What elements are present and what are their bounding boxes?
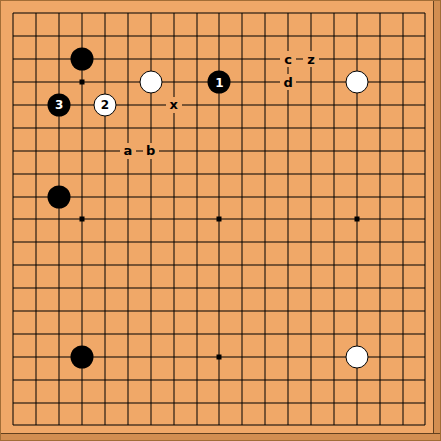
intersection-E13 <box>94 139 117 162</box>
intersection-A16 <box>2 71 25 94</box>
intersection-D15 <box>71 94 94 117</box>
intersection-L12 <box>231 162 254 185</box>
intersection-L11 <box>231 185 254 208</box>
intersection-M5 <box>254 322 277 345</box>
intersection-A14 <box>2 116 25 139</box>
intersection-E7 <box>94 277 117 300</box>
white-stone <box>345 71 368 94</box>
intersection-E18 <box>94 25 117 48</box>
intersection-K2 <box>208 391 231 414</box>
intersection-S13 <box>391 139 414 162</box>
intersection-D9 <box>71 231 94 254</box>
intersection-H14 <box>162 116 185 139</box>
intersection-Q5 <box>345 322 368 345</box>
intersection-K9 <box>208 231 231 254</box>
marker-x: x <box>166 97 182 113</box>
intersection-G16 <box>139 71 162 94</box>
intersection-B13 <box>25 139 48 162</box>
intersection-M17 <box>254 48 277 71</box>
intersection-J18 <box>185 25 208 48</box>
intersection-J5 <box>185 322 208 345</box>
intersection-R9 <box>368 231 391 254</box>
intersection-F7 <box>116 277 139 300</box>
black-stone <box>71 48 94 71</box>
intersection-H12 <box>162 162 185 185</box>
intersection-E4 <box>94 345 117 368</box>
intersection-M2 <box>254 391 277 414</box>
intersection-M10 <box>254 208 277 231</box>
intersection-C12 <box>48 162 71 185</box>
intersection-M7 <box>254 277 277 300</box>
intersection-E11 <box>94 185 117 208</box>
intersection-L3 <box>231 368 254 391</box>
intersection-D4 <box>71 345 94 368</box>
intersection-F9 <box>116 231 139 254</box>
intersection-N15 <box>277 94 300 117</box>
intersection-J6 <box>185 300 208 323</box>
intersection-B10 <box>25 208 48 231</box>
intersection-G15 <box>139 94 162 117</box>
go-board-diagram: cz1d32xab <box>0 0 441 441</box>
intersection-A12 <box>2 162 25 185</box>
intersection-H2 <box>162 391 185 414</box>
intersection-P19 <box>322 2 345 25</box>
intersection-M15 <box>254 94 277 117</box>
intersection-R5 <box>368 322 391 345</box>
intersection-F2 <box>116 391 139 414</box>
intersection-H19 <box>162 2 185 25</box>
intersection-M8 <box>254 254 277 277</box>
intersection-L10 <box>231 208 254 231</box>
intersection-S9 <box>391 231 414 254</box>
intersection-Q7 <box>345 277 368 300</box>
intersection-P6 <box>322 300 345 323</box>
intersection-J13 <box>185 139 208 162</box>
intersection-R2 <box>368 391 391 414</box>
intersection-R10 <box>368 208 391 231</box>
intersection-B5 <box>25 322 48 345</box>
intersection-Q14 <box>345 116 368 139</box>
intersection-R14 <box>368 116 391 139</box>
intersection-O12 <box>300 162 323 185</box>
intersection-P7 <box>322 277 345 300</box>
intersection-B18 <box>25 25 48 48</box>
intersection-G3 <box>139 368 162 391</box>
intersection-B15 <box>25 94 48 117</box>
intersection-F19 <box>116 2 139 25</box>
intersection-R15 <box>368 94 391 117</box>
intersection-C19 <box>48 2 71 25</box>
intersection-K12 <box>208 162 231 185</box>
intersection-D5 <box>71 322 94 345</box>
intersection-R4 <box>368 345 391 368</box>
intersection-G7 <box>139 277 162 300</box>
intersection-B14 <box>25 116 48 139</box>
intersection-M14 <box>254 116 277 139</box>
intersection-J16 <box>185 71 208 94</box>
intersection-F10 <box>116 208 139 231</box>
intersection-H4 <box>162 345 185 368</box>
intersection-L8 <box>231 254 254 277</box>
intersection-S5 <box>391 322 414 345</box>
intersection-S12 <box>391 162 414 185</box>
intersection-D16 <box>71 71 94 94</box>
intersection-O17: z <box>300 48 323 71</box>
intersection-C6 <box>48 300 71 323</box>
intersection-K4 <box>208 345 231 368</box>
intersection-S2 <box>391 391 414 414</box>
intersection-S19 <box>391 2 414 25</box>
intersection-B4 <box>25 345 48 368</box>
intersection-K6 <box>208 300 231 323</box>
intersection-N12 <box>277 162 300 185</box>
intersection-F3 <box>116 368 139 391</box>
intersection-K10 <box>208 208 231 231</box>
intersection-G11 <box>139 185 162 208</box>
intersection-O9 <box>300 231 323 254</box>
intersection-O18 <box>300 25 323 48</box>
intersection-K8 <box>208 254 231 277</box>
intersection-R17 <box>368 48 391 71</box>
intersection-C9 <box>48 231 71 254</box>
intersection-B3 <box>25 368 48 391</box>
intersection-L13 <box>231 139 254 162</box>
intersection-R12 <box>368 162 391 185</box>
intersection-L6 <box>231 300 254 323</box>
intersection-N7 <box>277 277 300 300</box>
intersection-B6 <box>25 300 48 323</box>
intersection-O5 <box>300 322 323 345</box>
intersection-A18 <box>2 25 25 48</box>
intersection-M16 <box>254 71 277 94</box>
intersection-C15: 3 <box>48 94 71 117</box>
intersection-N14 <box>277 116 300 139</box>
intersection-H6 <box>162 300 185 323</box>
intersection-H15: x <box>162 94 185 117</box>
intersection-A4 <box>2 345 25 368</box>
intersection-B17 <box>25 48 48 71</box>
intersection-D7 <box>71 277 94 300</box>
intersection-D19 <box>71 2 94 25</box>
intersection-C4 <box>48 345 71 368</box>
intersection-H10 <box>162 208 185 231</box>
intersection-J15 <box>185 94 208 117</box>
intersection-C7 <box>48 277 71 300</box>
intersection-J12 <box>185 162 208 185</box>
intersection-B2 <box>25 391 48 414</box>
intersection-E19 <box>94 2 117 25</box>
intersection-O6 <box>300 300 323 323</box>
intersection-J4 <box>185 345 208 368</box>
intersection-K5 <box>208 322 231 345</box>
intersection-N2 <box>277 391 300 414</box>
marker-d: d <box>280 74 296 90</box>
intersection-E3 <box>94 368 117 391</box>
intersection-C17 <box>48 48 71 71</box>
white-stone <box>139 71 162 94</box>
intersection-E16 <box>94 71 117 94</box>
intersection-E8 <box>94 254 117 277</box>
intersection-N17: c <box>277 48 300 71</box>
intersection-Q19 <box>345 2 368 25</box>
intersection-K7 <box>208 277 231 300</box>
intersection-O7 <box>300 277 323 300</box>
intersection-K19 <box>208 2 231 25</box>
intersection-N8 <box>277 254 300 277</box>
intersection-R8 <box>368 254 391 277</box>
go-board-grid: cz1d32xab <box>2 2 437 437</box>
intersection-P14 <box>322 116 345 139</box>
intersection-C16 <box>48 71 71 94</box>
intersection-N16: d <box>277 71 300 94</box>
intersection-A10 <box>2 208 25 231</box>
intersection-M11 <box>254 185 277 208</box>
intersection-J10 <box>185 208 208 231</box>
intersection-C11 <box>48 185 71 208</box>
intersection-G5 <box>139 322 162 345</box>
intersection-F4 <box>116 345 139 368</box>
white-stone <box>345 345 368 368</box>
intersection-D8 <box>71 254 94 277</box>
board-shadow-bottom <box>0 433 441 441</box>
intersection-G13: b <box>139 139 162 162</box>
intersection-Q3 <box>345 368 368 391</box>
intersection-R7 <box>368 277 391 300</box>
intersection-H7 <box>162 277 185 300</box>
intersection-F15 <box>116 94 139 117</box>
intersection-A15 <box>2 94 25 117</box>
black-stone-move-3: 3 <box>48 93 71 116</box>
intersection-J2 <box>185 391 208 414</box>
intersection-P9 <box>322 231 345 254</box>
intersection-F14 <box>116 116 139 139</box>
intersection-H17 <box>162 48 185 71</box>
marker-b: b <box>143 143 159 159</box>
intersection-L15 <box>231 94 254 117</box>
intersection-P17 <box>322 48 345 71</box>
intersection-M13 <box>254 139 277 162</box>
intersection-J9 <box>185 231 208 254</box>
intersection-D18 <box>71 25 94 48</box>
intersection-A17 <box>2 48 25 71</box>
intersection-K13 <box>208 139 231 162</box>
intersection-F13: a <box>116 139 139 162</box>
marker-a: a <box>120 143 136 159</box>
intersection-B7 <box>25 277 48 300</box>
intersection-N5 <box>277 322 300 345</box>
star-point <box>217 354 222 359</box>
intersection-K3 <box>208 368 231 391</box>
intersection-Q11 <box>345 185 368 208</box>
intersection-Q10 <box>345 208 368 231</box>
intersection-S7 <box>391 277 414 300</box>
intersection-H3 <box>162 368 185 391</box>
intersection-O14 <box>300 116 323 139</box>
intersection-S6 <box>391 300 414 323</box>
black-stone-move-1: 1 <box>208 71 231 94</box>
intersection-N9 <box>277 231 300 254</box>
intersection-A5 <box>2 322 25 345</box>
intersection-H8 <box>162 254 185 277</box>
intersection-P18 <box>322 25 345 48</box>
intersection-R13 <box>368 139 391 162</box>
intersection-S14 <box>391 116 414 139</box>
intersection-N11 <box>277 185 300 208</box>
intersection-O11 <box>300 185 323 208</box>
intersection-Q13 <box>345 139 368 162</box>
intersection-D2 <box>71 391 94 414</box>
intersection-J11 <box>185 185 208 208</box>
intersection-P5 <box>322 322 345 345</box>
intersection-M3 <box>254 368 277 391</box>
intersection-Q18 <box>345 25 368 48</box>
intersection-M6 <box>254 300 277 323</box>
intersection-R16 <box>368 71 391 94</box>
intersection-F5 <box>116 322 139 345</box>
intersection-Q8 <box>345 254 368 277</box>
intersection-D10 <box>71 208 94 231</box>
black-stone <box>48 185 71 208</box>
intersection-E9 <box>94 231 117 254</box>
intersection-P12 <box>322 162 345 185</box>
intersection-A3 <box>2 368 25 391</box>
intersection-D3 <box>71 368 94 391</box>
intersection-Q2 <box>345 391 368 414</box>
intersection-A13 <box>2 139 25 162</box>
marker-z: z <box>303 51 319 67</box>
intersection-D13 <box>71 139 94 162</box>
intersection-P16 <box>322 71 345 94</box>
intersection-P4 <box>322 345 345 368</box>
intersection-H16 <box>162 71 185 94</box>
intersection-B12 <box>25 162 48 185</box>
intersection-S15 <box>391 94 414 117</box>
intersection-P13 <box>322 139 345 162</box>
intersection-B8 <box>25 254 48 277</box>
intersection-S17 <box>391 48 414 71</box>
intersection-L16 <box>231 71 254 94</box>
intersection-E15: 2 <box>94 94 117 117</box>
intersection-E10 <box>94 208 117 231</box>
intersection-B9 <box>25 231 48 254</box>
intersection-L7 <box>231 277 254 300</box>
intersection-A9 <box>2 231 25 254</box>
intersection-J14 <box>185 116 208 139</box>
intersection-C3 <box>48 368 71 391</box>
intersection-A19 <box>2 2 25 25</box>
intersection-B11 <box>25 185 48 208</box>
intersection-K16: 1 <box>208 71 231 94</box>
intersection-K17 <box>208 48 231 71</box>
intersection-O8 <box>300 254 323 277</box>
intersection-S18 <box>391 25 414 48</box>
intersection-S3 <box>391 368 414 391</box>
intersection-E17 <box>94 48 117 71</box>
intersection-D12 <box>71 162 94 185</box>
intersection-N10 <box>277 208 300 231</box>
intersection-O3 <box>300 368 323 391</box>
intersection-O19 <box>300 2 323 25</box>
intersection-Q4 <box>345 345 368 368</box>
intersection-K14 <box>208 116 231 139</box>
intersection-A7 <box>2 277 25 300</box>
star-point <box>217 217 222 222</box>
intersection-N6 <box>277 300 300 323</box>
intersection-R19 <box>368 2 391 25</box>
intersection-G18 <box>139 25 162 48</box>
intersection-M12 <box>254 162 277 185</box>
intersection-G14 <box>139 116 162 139</box>
black-stone <box>71 345 94 368</box>
intersection-H9 <box>162 231 185 254</box>
intersection-L14 <box>231 116 254 139</box>
intersection-F12 <box>116 162 139 185</box>
intersection-G6 <box>139 300 162 323</box>
intersection-B16 <box>25 71 48 94</box>
intersection-Q9 <box>345 231 368 254</box>
intersection-H13 <box>162 139 185 162</box>
intersection-E5 <box>94 322 117 345</box>
intersection-F18 <box>116 25 139 48</box>
intersection-Q12 <box>345 162 368 185</box>
intersection-R11 <box>368 185 391 208</box>
intersection-B19 <box>25 2 48 25</box>
intersection-C13 <box>48 139 71 162</box>
intersection-R3 <box>368 368 391 391</box>
intersection-J7 <box>185 277 208 300</box>
marker-c: c <box>280 51 296 67</box>
intersection-A6 <box>2 300 25 323</box>
intersection-P8 <box>322 254 345 277</box>
board-shadow-right <box>433 0 441 441</box>
intersection-O16 <box>300 71 323 94</box>
intersection-L2 <box>231 391 254 414</box>
intersection-F17 <box>116 48 139 71</box>
intersection-N19 <box>277 2 300 25</box>
intersection-D14 <box>71 116 94 139</box>
intersection-E12 <box>94 162 117 185</box>
intersection-F11 <box>116 185 139 208</box>
intersection-D6 <box>71 300 94 323</box>
intersection-G9 <box>139 231 162 254</box>
intersection-K15 <box>208 94 231 117</box>
intersection-F8 <box>116 254 139 277</box>
intersection-D17 <box>71 48 94 71</box>
intersection-O13 <box>300 139 323 162</box>
intersection-E6 <box>94 300 117 323</box>
intersection-H11 <box>162 185 185 208</box>
intersection-A8 <box>2 254 25 277</box>
intersection-C5 <box>48 322 71 345</box>
intersection-J8 <box>185 254 208 277</box>
intersection-S16 <box>391 71 414 94</box>
intersection-N3 <box>277 368 300 391</box>
intersection-J3 <box>185 368 208 391</box>
intersection-Q16 <box>345 71 368 94</box>
intersection-M19 <box>254 2 277 25</box>
intersection-Q17 <box>345 48 368 71</box>
intersection-O4 <box>300 345 323 368</box>
intersection-K18 <box>208 25 231 48</box>
intersection-C14 <box>48 116 71 139</box>
intersection-S8 <box>391 254 414 277</box>
intersection-P10 <box>322 208 345 231</box>
intersection-G19 <box>139 2 162 25</box>
intersection-A11 <box>2 185 25 208</box>
intersection-K11 <box>208 185 231 208</box>
intersection-G8 <box>139 254 162 277</box>
intersection-R6 <box>368 300 391 323</box>
